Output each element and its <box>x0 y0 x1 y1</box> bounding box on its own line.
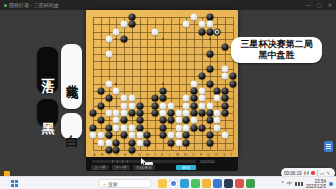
black-stone <box>183 117 190 124</box>
white-stone <box>113 124 120 131</box>
white-stone <box>128 95 135 102</box>
white-stone <box>167 102 174 109</box>
black-stone <box>206 132 213 139</box>
white-stone <box>128 132 135 139</box>
network-volume-battery-icons[interactable] <box>295 182 303 186</box>
white-stone <box>121 21 128 28</box>
black-stone <box>191 110 198 117</box>
white-stone <box>214 117 221 124</box>
search-placeholder: 搜索 <box>108 181 118 187</box>
white-stone <box>198 87 205 94</box>
white-player-name: 党毅飞 <box>61 44 82 109</box>
black-stone <box>222 102 229 109</box>
white-stone <box>175 117 182 124</box>
banner-line2: 黑中盘胜 <box>259 50 295 61</box>
white-stone <box>214 124 221 131</box>
black-stone <box>198 110 205 117</box>
black-stone <box>113 139 120 146</box>
white-stone <box>105 36 112 43</box>
white-stone <box>136 139 143 146</box>
white-stone <box>90 132 97 139</box>
app-icon <box>4 4 7 7</box>
taskbar: ⌕ 搜索 ^ 中 23:54 2023/12/5 <box>0 176 336 189</box>
result-banner: 三星杯决赛第二局 黑中盘胜 <box>231 37 322 63</box>
edge-floating-widget-icon[interactable] <box>324 141 333 152</box>
black-stone <box>97 102 104 109</box>
chrome-icon[interactable] <box>169 179 178 188</box>
move-progress-label: 150/150 <box>200 159 214 164</box>
white-stone <box>113 117 120 124</box>
black-stone <box>206 50 213 57</box>
black-stone <box>183 132 190 139</box>
grid-line <box>171 17 172 150</box>
window-titlebar: 围棋打谱 - 三星杯回放 — ▢ ✕ <box>0 0 336 10</box>
black-stone <box>222 110 229 117</box>
white-stone <box>191 80 198 87</box>
white-stone <box>105 80 112 87</box>
white-stone <box>97 132 104 139</box>
black-stone <box>167 110 174 117</box>
last-move-marker <box>215 29 220 34</box>
folder-icon[interactable] <box>202 179 211 188</box>
white-stone <box>128 124 135 131</box>
taskbar-app-icons <box>158 179 255 188</box>
black-stone <box>191 124 198 131</box>
white-stone <box>113 87 120 94</box>
record-dot-icon[interactable] <box>311 171 315 175</box>
black-stone <box>160 117 167 124</box>
star-point <box>115 83 117 85</box>
red-app-icon[interactable] <box>235 179 244 188</box>
taskbar-search[interactable]: ⌕ 搜索 <box>98 179 152 188</box>
white-stone <box>206 102 213 109</box>
white-stone <box>160 102 167 109</box>
white-stone <box>152 28 159 35</box>
white-stone <box>183 102 190 109</box>
edge-icon[interactable] <box>180 179 189 188</box>
wechat-icon[interactable] <box>191 179 200 188</box>
close-button[interactable]: ✕ <box>328 0 332 10</box>
white-stone <box>222 132 229 139</box>
black-stone <box>128 21 135 28</box>
white-stone <box>214 110 221 117</box>
white-stone <box>121 95 128 102</box>
minimize-button[interactable]: — <box>306 0 311 10</box>
white-stone <box>113 110 120 117</box>
white-stone <box>191 14 198 21</box>
black-stone <box>136 117 143 124</box>
white-stone <box>175 132 182 139</box>
screenshot-icon[interactable]: ▭ <box>320 171 324 176</box>
white-stone <box>198 21 205 28</box>
black-stone <box>191 102 198 109</box>
black-player-name: 丁浩 <box>37 47 58 93</box>
black-stone <box>167 117 174 124</box>
black-stone <box>144 139 151 146</box>
star-point <box>115 38 117 40</box>
window-title: 围棋打谱 - 三星杯回放 <box>9 2 58 8</box>
file-explorer-icon[interactable] <box>158 179 167 188</box>
star-point <box>209 38 211 40</box>
black-stone <box>152 95 159 102</box>
black-stone <box>152 102 159 109</box>
black-stone <box>206 28 213 35</box>
black-stone <box>198 124 205 131</box>
search-icon: ⌕ <box>103 181 106 187</box>
white-stone <box>121 124 128 131</box>
white-stone <box>160 110 167 117</box>
board-grid[interactable] <box>93 17 233 150</box>
white-stone <box>128 102 135 109</box>
black-stone <box>206 139 213 146</box>
white-stone <box>121 102 128 109</box>
store-icon[interactable] <box>213 179 222 188</box>
black-stone <box>191 95 198 102</box>
black-stone <box>222 87 229 94</box>
white-stone <box>105 50 112 57</box>
white-stone <box>175 110 182 117</box>
notification-icon[interactable] <box>329 182 333 186</box>
screen: 围棋打谱 - 三星杯回放 — ▢ ✕ ABCDEFGHJKLMNOPQRST 丁… <box>0 0 336 189</box>
white-stone <box>222 73 229 80</box>
white-color-label: 白 <box>61 113 82 139</box>
white-stone <box>183 124 190 131</box>
black-stone <box>136 102 143 109</box>
white-stone <box>175 139 182 146</box>
black-stone <box>160 95 167 102</box>
black-stone <box>97 117 104 124</box>
white-stone <box>183 21 190 28</box>
black-stone <box>128 14 135 21</box>
black-stone <box>206 117 213 124</box>
black-stone <box>128 110 135 117</box>
white-stone <box>167 132 174 139</box>
black-stone <box>230 73 237 80</box>
white-stone <box>113 28 120 35</box>
black-stone <box>198 73 205 80</box>
white-stone <box>175 124 182 131</box>
black-stone <box>136 110 143 117</box>
black-stone <box>222 95 229 102</box>
system-tray: ^ 中 23:54 2023/12/5 <box>282 177 333 189</box>
start-button[interactable] <box>11 180 18 187</box>
star-point <box>209 127 211 129</box>
black-stone <box>183 139 190 146</box>
black-stone <box>160 87 167 94</box>
black-stone <box>121 132 128 139</box>
black-stone <box>121 36 128 43</box>
ime-indicator[interactable]: 中 <box>287 177 292 189</box>
playback-toolbar: 150/150 上一手 下一手 自动播放 跳转 <box>86 157 238 171</box>
clock-date: 2023/12/5 <box>306 184 326 189</box>
black-stone <box>214 87 221 94</box>
black-stone <box>191 87 198 94</box>
white-stone <box>121 110 128 117</box>
black-stone <box>90 124 97 131</box>
black-stone <box>167 139 174 146</box>
next-move-button[interactable]: 下一手 <box>112 165 130 170</box>
dark-app-icon[interactable] <box>224 179 233 188</box>
white-stone <box>183 110 190 117</box>
white-stone <box>191 117 198 124</box>
black-color-label: 黑 <box>37 99 58 126</box>
white-stone <box>136 132 143 139</box>
black-stone <box>206 14 213 21</box>
white-stone <box>183 95 190 102</box>
black-stone <box>230 80 237 87</box>
tray-chevron-icon[interactable]: ^ <box>282 177 284 189</box>
star-point <box>162 38 164 40</box>
tools-icon[interactable]: ✎ <box>326 171 330 176</box>
prev-move-button[interactable]: 上一手 <box>91 165 109 170</box>
black-stone <box>90 110 97 117</box>
black-stone <box>152 110 159 117</box>
white-stone <box>206 21 213 28</box>
banner-line1: 三星杯决赛第二局 <box>241 39 313 50</box>
pause-icon[interactable]: ❚❚ <box>304 171 310 175</box>
black-stone <box>144 132 151 139</box>
black-stone <box>160 132 167 139</box>
jump-button[interactable]: 跳转 <box>176 165 196 170</box>
black-stone <box>136 124 143 131</box>
white-stone <box>198 102 205 109</box>
black-stone <box>206 80 213 87</box>
black-stone <box>206 65 213 72</box>
black-stone <box>105 95 112 102</box>
white-stone <box>214 95 221 102</box>
green-app-icon[interactable] <box>246 179 255 188</box>
black-stone <box>105 132 112 139</box>
black-stone <box>160 124 167 131</box>
black-stone <box>206 110 213 117</box>
white-stone <box>198 95 205 102</box>
auto-play-button[interactable]: 自动播放 <box>133 165 155 170</box>
black-stone <box>105 124 112 131</box>
white-stone <box>105 139 112 146</box>
white-stone <box>222 65 229 72</box>
maximize-button[interactable]: ▢ <box>317 0 322 10</box>
black-stone <box>121 117 128 124</box>
black-stone <box>97 87 104 94</box>
black-stone <box>128 139 135 146</box>
black-stone <box>198 28 205 35</box>
grid-line <box>225 17 226 150</box>
white-stone <box>97 139 104 146</box>
taskbar-clock[interactable]: 23:54 2023/12/5 <box>306 179 326 189</box>
recorder-time: 00:06:19 <box>284 171 302 176</box>
black-stone <box>222 43 229 50</box>
star-point <box>162 83 164 85</box>
white-stone <box>105 110 112 117</box>
go-board[interactable]: ABCDEFGHJKLMNOPQRST <box>86 10 238 157</box>
